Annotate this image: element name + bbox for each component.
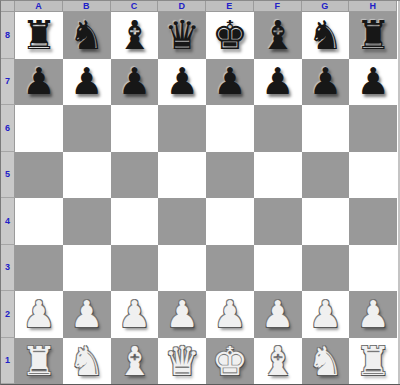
piece-black-knight[interactable]: ♞ xyxy=(307,15,343,55)
square-d6[interactable] xyxy=(158,105,206,152)
square-d2[interactable]: ♟ xyxy=(158,291,206,338)
piece-white-knight[interactable]: ♞ xyxy=(307,341,343,381)
square-h5[interactable] xyxy=(349,152,397,199)
square-f4[interactable] xyxy=(254,198,302,245)
square-d4[interactable] xyxy=(158,198,206,245)
square-d3[interactable] xyxy=(158,245,206,292)
square-a7[interactable]: ♟ xyxy=(15,59,63,106)
square-f6[interactable] xyxy=(254,105,302,152)
square-e1[interactable]: ♚ xyxy=(206,338,254,385)
square-f5[interactable] xyxy=(254,152,302,199)
file-label-e: E xyxy=(206,1,254,12)
square-a4[interactable] xyxy=(15,198,63,245)
square-g7[interactable]: ♟ xyxy=(302,59,350,106)
piece-white-rook[interactable]: ♜ xyxy=(21,341,57,381)
piece-white-pawn[interactable]: ♟ xyxy=(118,296,151,333)
piece-black-pawn[interactable]: ♟ xyxy=(118,63,151,100)
piece-white-bishop[interactable]: ♝ xyxy=(116,341,152,381)
file-label-b: B xyxy=(63,1,111,12)
square-c4[interactable] xyxy=(111,198,159,245)
piece-black-bishop[interactable]: ♝ xyxy=(260,15,296,55)
square-c7[interactable]: ♟ xyxy=(111,59,159,106)
square-b4[interactable] xyxy=(63,198,111,245)
square-h6[interactable] xyxy=(349,105,397,152)
square-g2[interactable]: ♟ xyxy=(302,291,350,338)
square-a3[interactable] xyxy=(15,245,63,292)
file-label-c: C xyxy=(111,1,159,12)
piece-black-rook[interactable]: ♜ xyxy=(355,15,391,55)
square-a2[interactable]: ♟ xyxy=(15,291,63,338)
square-g6[interactable] xyxy=(302,105,350,152)
square-a1[interactable]: ♜ xyxy=(15,338,63,385)
piece-white-pawn[interactable]: ♟ xyxy=(213,296,246,333)
piece-black-queen[interactable]: ♛ xyxy=(164,15,200,55)
square-f8[interactable]: ♝ xyxy=(254,12,302,59)
square-e6[interactable] xyxy=(206,105,254,152)
square-h7[interactable]: ♟ xyxy=(349,59,397,106)
piece-black-bishop[interactable]: ♝ xyxy=(116,15,152,55)
piece-white-pawn[interactable]: ♟ xyxy=(309,296,342,333)
piece-black-rook[interactable]: ♜ xyxy=(21,15,57,55)
square-c2[interactable]: ♟ xyxy=(111,291,159,338)
piece-black-pawn[interactable]: ♟ xyxy=(70,63,103,100)
file-label-h: H xyxy=(349,1,397,12)
file-label-d: D xyxy=(158,1,206,12)
piece-black-pawn[interactable]: ♟ xyxy=(166,63,199,100)
square-e5[interactable] xyxy=(206,152,254,199)
piece-white-pawn[interactable]: ♟ xyxy=(166,296,199,333)
square-b5[interactable] xyxy=(63,152,111,199)
square-b3[interactable] xyxy=(63,245,111,292)
square-f3[interactable] xyxy=(254,245,302,292)
square-h1[interactable]: ♜ xyxy=(349,338,397,385)
square-c6[interactable] xyxy=(111,105,159,152)
rank-label-4: 4 xyxy=(1,198,15,245)
square-f2[interactable]: ♟ xyxy=(254,291,302,338)
rank-label-8: 8 xyxy=(1,12,15,59)
rank-label-6: 6 xyxy=(1,105,15,152)
square-f1[interactable]: ♝ xyxy=(254,338,302,385)
piece-black-king[interactable]: ♚ xyxy=(212,15,248,55)
square-b2[interactable]: ♟ xyxy=(63,291,111,338)
piece-black-knight[interactable]: ♞ xyxy=(69,15,105,55)
piece-white-pawn[interactable]: ♟ xyxy=(357,296,390,333)
square-h3[interactable] xyxy=(349,245,397,292)
rank-label-3: 3 xyxy=(1,245,15,292)
square-f7[interactable]: ♟ xyxy=(254,59,302,106)
square-d1[interactable]: ♛ xyxy=(158,338,206,385)
square-g4[interactable] xyxy=(302,198,350,245)
piece-white-pawn[interactable]: ♟ xyxy=(22,296,55,333)
square-e3[interactable] xyxy=(206,245,254,292)
square-b1[interactable]: ♞ xyxy=(63,338,111,385)
square-c5[interactable] xyxy=(111,152,159,199)
file-label-a: A xyxy=(15,1,63,12)
square-e2[interactable]: ♟ xyxy=(206,291,254,338)
piece-white-queen[interactable]: ♛ xyxy=(164,341,200,381)
piece-white-pawn[interactable]: ♟ xyxy=(70,296,103,333)
square-a6[interactable] xyxy=(15,105,63,152)
piece-white-rook[interactable]: ♜ xyxy=(355,341,391,381)
corner-cell xyxy=(1,1,15,12)
square-g3[interactable] xyxy=(302,245,350,292)
piece-white-pawn[interactable]: ♟ xyxy=(261,296,294,333)
file-label-g: G xyxy=(302,1,350,12)
square-b7[interactable]: ♟ xyxy=(63,59,111,106)
piece-black-pawn[interactable]: ♟ xyxy=(357,63,390,100)
square-e4[interactable] xyxy=(206,198,254,245)
file-label-f: F xyxy=(254,1,302,12)
square-g1[interactable]: ♞ xyxy=(302,338,350,385)
rank-label-1: 1 xyxy=(1,338,15,385)
piece-black-pawn[interactable]: ♟ xyxy=(213,63,246,100)
square-b6[interactable] xyxy=(63,105,111,152)
square-e8[interactable]: ♚ xyxy=(206,12,254,59)
square-c1[interactable]: ♝ xyxy=(111,338,159,385)
square-g5[interactable] xyxy=(302,152,350,199)
square-d5[interactable] xyxy=(158,152,206,199)
square-b8[interactable]: ♞ xyxy=(63,12,111,59)
rank-label-5: 5 xyxy=(1,152,15,199)
square-c8[interactable]: ♝ xyxy=(111,12,159,59)
piece-black-pawn[interactable]: ♟ xyxy=(309,63,342,100)
square-e7[interactable]: ♟ xyxy=(206,59,254,106)
square-d7[interactable]: ♟ xyxy=(158,59,206,106)
square-h8[interactable]: ♜ xyxy=(349,12,397,59)
rank-label-7: 7 xyxy=(1,59,15,106)
piece-white-king[interactable]: ♚ xyxy=(212,341,248,381)
rank-label-2: 2 xyxy=(1,291,15,338)
piece-black-pawn[interactable]: ♟ xyxy=(261,63,294,100)
piece-white-bishop[interactable]: ♝ xyxy=(260,341,296,381)
chessboard-window: ABCDEFGH8♜♞♝♛♚♝♞♜7♟♟♟♟♟♟♟♟65432♟♟♟♟♟♟♟♟1… xyxy=(0,0,400,385)
piece-black-pawn[interactable]: ♟ xyxy=(22,63,55,100)
square-d8[interactable]: ♛ xyxy=(158,12,206,59)
square-h2[interactable]: ♟ xyxy=(349,291,397,338)
square-a5[interactable] xyxy=(15,152,63,199)
square-c3[interactable] xyxy=(111,245,159,292)
square-a8[interactable]: ♜ xyxy=(15,12,63,59)
square-h4[interactable] xyxy=(349,198,397,245)
square-g8[interactable]: ♞ xyxy=(302,12,350,59)
piece-white-knight[interactable]: ♞ xyxy=(69,341,105,381)
